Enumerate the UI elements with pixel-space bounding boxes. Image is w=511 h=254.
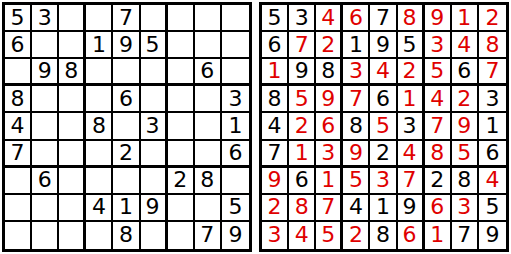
empty-cell [195, 86, 222, 113]
given-digit-cell: 1 [479, 113, 506, 140]
given-digit-cell: 5 [479, 195, 506, 222]
empty-cell [195, 113, 222, 140]
solved-digit-cell: 9 [316, 86, 343, 113]
given-digit-cell: 5 [398, 32, 425, 59]
given-digit-cell: 8 [86, 113, 113, 140]
solved-digit-cell: 6 [316, 113, 343, 140]
empty-cell [5, 168, 32, 195]
given-digit-cell: 2 [113, 141, 140, 168]
solved-digit-cell: 7 [316, 195, 343, 222]
given-digit-cell: 8 [113, 222, 140, 249]
solved-digit-cell: 5 [343, 168, 370, 195]
given-digit-cell: 4 [5, 113, 32, 140]
given-digit-cell: 6 [195, 59, 222, 86]
solved-digit-cell: 3 [316, 141, 343, 168]
given-digit-cell: 3 [398, 113, 425, 140]
empty-cell [86, 141, 113, 168]
given-digit-cell: 5 [222, 195, 249, 222]
given-digit-cell: 3 [479, 86, 506, 113]
given-digit-cell: 9 [289, 59, 316, 86]
empty-cell [195, 141, 222, 168]
empty-cell [86, 59, 113, 86]
solved-digit-cell: 6 [343, 5, 370, 32]
empty-cell [168, 59, 195, 86]
empty-cell [168, 195, 195, 222]
solved-digit-cell: 8 [479, 32, 506, 59]
given-digit-cell: 8 [262, 86, 289, 113]
given-digit-cell: 9 [398, 195, 425, 222]
empty-cell [141, 168, 168, 195]
solved-digit-cell: 3 [370, 168, 397, 195]
solved-digit-cell: 4 [398, 141, 425, 168]
given-digit-cell: 9 [141, 195, 168, 222]
solved-digit-cell: 9 [452, 113, 479, 140]
solved-digit-cell: 3 [262, 222, 289, 249]
empty-cell [32, 32, 59, 59]
solved-digit-cell: 5 [370, 113, 397, 140]
given-digit-cell: 9 [32, 59, 59, 86]
given-digit-cell: 7 [452, 222, 479, 249]
solved-digit-cell: 1 [425, 222, 452, 249]
empty-cell [168, 141, 195, 168]
empty-cell [168, 222, 195, 249]
solved-digit-cell: 5 [425, 59, 452, 86]
empty-cell [86, 86, 113, 113]
solved-digit-cell: 8 [398, 5, 425, 32]
solved-digit-cell: 9 [262, 168, 289, 195]
empty-cell [222, 32, 249, 59]
solved-digit-cell: 2 [316, 32, 343, 59]
solved-digit-cell: 4 [452, 32, 479, 59]
empty-cell [5, 59, 32, 86]
solved-digit-cell: 4 [479, 168, 506, 195]
solved-digit-cell: 2 [289, 113, 316, 140]
given-digit-cell: 8 [59, 59, 86, 86]
solved-digit-cell: 2 [262, 195, 289, 222]
given-digit-cell: 6 [289, 168, 316, 195]
solved-digit-cell: 4 [316, 5, 343, 32]
given-digit-cell: 3 [222, 86, 249, 113]
empty-cell [141, 59, 168, 86]
given-digit-cell: 6 [479, 141, 506, 168]
sudoku-diagram: 537619598686348317266284195879 534678912… [0, 0, 511, 254]
empty-cell [86, 5, 113, 32]
empty-cell [141, 5, 168, 32]
solved-digit-cell: 9 [425, 5, 452, 32]
solved-digit-cell: 2 [343, 222, 370, 249]
empty-cell [222, 59, 249, 86]
empty-cell [195, 195, 222, 222]
empty-cell [86, 168, 113, 195]
solved-digit-cell: 4 [425, 86, 452, 113]
given-digit-cell: 9 [370, 32, 397, 59]
given-digit-cell: 3 [141, 113, 168, 140]
given-digit-cell: 6 [452, 59, 479, 86]
empty-cell [32, 86, 59, 113]
empty-cell [168, 32, 195, 59]
empty-cell [59, 222, 86, 249]
solved-digit-cell: 7 [425, 113, 452, 140]
given-digit-cell: 9 [222, 222, 249, 249]
solved-digit-cell: 6 [425, 195, 452, 222]
solved-digit-cell: 1 [452, 5, 479, 32]
solved-digit-cell: 2 [452, 86, 479, 113]
solved-digit-cell: 5 [289, 86, 316, 113]
given-digit-cell: 6 [370, 86, 397, 113]
empty-cell [59, 86, 86, 113]
solved-digit-cell: 3 [425, 32, 452, 59]
given-digit-cell: 3 [32, 5, 59, 32]
given-digit-cell: 7 [5, 141, 32, 168]
empty-cell [168, 86, 195, 113]
solved-digit-cell: 7 [289, 32, 316, 59]
given-digit-cell: 8 [343, 113, 370, 140]
solved-digit-cell: 1 [316, 168, 343, 195]
solved-digit-cell: 4 [289, 222, 316, 249]
sudoku-board-solution: 5346789126721953481983425678597614234268… [259, 2, 509, 252]
empty-cell [59, 195, 86, 222]
empty-cell [141, 141, 168, 168]
solved-digit-cell: 7 [343, 86, 370, 113]
empty-cell [32, 141, 59, 168]
solved-digit-cell: 5 [452, 141, 479, 168]
given-digit-cell: 8 [5, 86, 32, 113]
empty-cell [32, 195, 59, 222]
solved-digit-cell: 2 [479, 5, 506, 32]
given-digit-cell: 1 [370, 195, 397, 222]
empty-cell [32, 222, 59, 249]
solved-digit-cell: 1 [289, 141, 316, 168]
empty-cell [195, 32, 222, 59]
given-digit-cell: 8 [195, 168, 222, 195]
empty-cell [86, 222, 113, 249]
empty-cell [59, 141, 86, 168]
solved-digit-cell: 2 [398, 59, 425, 86]
given-digit-cell: 1 [222, 113, 249, 140]
empty-cell [113, 59, 140, 86]
solved-digit-cell: 6 [398, 222, 425, 249]
given-digit-cell: 5 [262, 5, 289, 32]
given-digit-cell: 4 [343, 195, 370, 222]
empty-cell [59, 32, 86, 59]
given-digit-cell: 3 [289, 5, 316, 32]
given-digit-cell: 6 [222, 141, 249, 168]
given-digit-cell: 6 [113, 86, 140, 113]
given-digit-cell: 9 [479, 222, 506, 249]
solved-digit-cell: 4 [370, 59, 397, 86]
given-digit-cell: 8 [452, 168, 479, 195]
given-digit-cell: 2 [168, 168, 195, 195]
given-digit-cell: 1 [343, 32, 370, 59]
empty-cell [222, 5, 249, 32]
given-digit-cell: 6 [262, 32, 289, 59]
given-digit-cell: 7 [113, 5, 140, 32]
given-digit-cell: 1 [113, 195, 140, 222]
solved-digit-cell: 1 [398, 86, 425, 113]
given-digit-cell: 2 [370, 141, 397, 168]
empty-cell [141, 222, 168, 249]
given-digit-cell: 4 [262, 113, 289, 140]
empty-cell [59, 5, 86, 32]
given-digit-cell: 2 [425, 168, 452, 195]
empty-cell [168, 5, 195, 32]
empty-cell [5, 222, 32, 249]
empty-cell [59, 113, 86, 140]
solved-digit-cell: 9 [343, 141, 370, 168]
given-digit-cell: 8 [370, 222, 397, 249]
given-digit-cell: 6 [32, 168, 59, 195]
solved-digit-cell: 3 [343, 59, 370, 86]
solved-digit-cell: 1 [262, 59, 289, 86]
given-digit-cell: 5 [5, 5, 32, 32]
solved-digit-cell: 7 [479, 59, 506, 86]
solved-digit-cell: 8 [425, 141, 452, 168]
empty-cell [222, 168, 249, 195]
given-digit-cell: 1 [86, 32, 113, 59]
solved-digit-cell: 3 [452, 195, 479, 222]
solved-digit-cell: 5 [316, 222, 343, 249]
empty-cell [195, 5, 222, 32]
given-digit-cell: 6 [5, 32, 32, 59]
given-digit-cell: 8 [316, 59, 343, 86]
given-digit-cell: 7 [262, 141, 289, 168]
empty-cell [113, 168, 140, 195]
given-digit-cell: 5 [141, 32, 168, 59]
empty-cell [113, 113, 140, 140]
empty-cell [5, 195, 32, 222]
given-digit-cell: 9 [113, 32, 140, 59]
given-digit-cell: 7 [370, 5, 397, 32]
given-digit-cell: 7 [195, 222, 222, 249]
solved-digit-cell: 7 [398, 168, 425, 195]
empty-cell [59, 168, 86, 195]
empty-cell [168, 113, 195, 140]
empty-cell [141, 86, 168, 113]
given-digit-cell: 4 [86, 195, 113, 222]
empty-cell [32, 113, 59, 140]
solved-digit-cell: 8 [289, 195, 316, 222]
sudoku-board-puzzle: 537619598686348317266284195879 [2, 2, 252, 252]
